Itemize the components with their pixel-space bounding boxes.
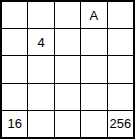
- cell-r1-c0[interactable]: [2, 29, 27, 55]
- cell-r1-c3[interactable]: [81, 29, 106, 55]
- cell-r4-c2[interactable]: [55, 111, 80, 137]
- cell-r1-c4[interactable]: [108, 29, 133, 55]
- cell-r2-c3[interactable]: [81, 56, 106, 82]
- cell-r2-c2[interactable]: [55, 56, 80, 82]
- cell-r1-c1[interactable]: 4: [28, 29, 53, 55]
- cell-r0-c3[interactable]: A: [81, 2, 106, 28]
- cell-r0-c0[interactable]: [2, 2, 27, 28]
- cell-r3-c1[interactable]: [28, 84, 53, 110]
- cell-r2-c0[interactable]: [2, 56, 27, 82]
- cell-r3-c2[interactable]: [55, 84, 80, 110]
- cell-r3-c3[interactable]: [81, 84, 106, 110]
- cell-r4-c0[interactable]: 16: [2, 111, 27, 137]
- cell-r3-c4[interactable]: [108, 84, 133, 110]
- cell-r4-c1[interactable]: [28, 111, 53, 137]
- cell-r4-c3[interactable]: [81, 111, 106, 137]
- cell-r1-c2[interactable]: [55, 29, 80, 55]
- cell-r0-c2[interactable]: [55, 2, 80, 28]
- puzzle-board: A 4 16 256: [0, 0, 135, 139]
- cell-r0-c4[interactable]: [108, 2, 133, 28]
- cell-r0-c1[interactable]: [28, 2, 53, 28]
- cell-r2-c4[interactable]: [108, 56, 133, 82]
- cell-r3-c0[interactable]: [2, 84, 27, 110]
- cell-r4-c4[interactable]: 256: [108, 111, 133, 137]
- cell-r2-c1[interactable]: [28, 56, 53, 82]
